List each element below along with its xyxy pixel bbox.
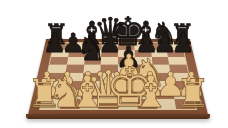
square-f3 — [136, 81, 155, 90]
square-d6 — [101, 57, 118, 65]
square-g3 — [154, 81, 173, 90]
square-e6 — [118, 57, 135, 65]
square-b2 — [61, 90, 81, 99]
square-b8 — [69, 43, 86, 50]
square-h6 — [168, 57, 186, 65]
square-e3 — [118, 81, 136, 90]
square-h4 — [171, 73, 190, 81]
square-c7 — [85, 50, 102, 57]
square-h2 — [173, 90, 193, 99]
square-f5 — [135, 65, 153, 73]
square-c8 — [85, 43, 102, 50]
square-a7 — [51, 50, 69, 57]
square-b7 — [68, 50, 85, 57]
square-h1 — [175, 99, 196, 109]
square-b6 — [67, 57, 85, 65]
square-c6 — [84, 57, 102, 65]
square-h7 — [167, 50, 185, 57]
square-a5 — [48, 65, 67, 73]
square-e1 — [118, 99, 137, 109]
square-e8 — [118, 43, 134, 50]
square-g4 — [153, 73, 172, 81]
square-a6 — [50, 57, 68, 65]
square-d1 — [99, 99, 118, 109]
square-a4 — [46, 73, 65, 81]
square-c3 — [81, 81, 100, 90]
square-g1 — [156, 99, 176, 109]
square-g7 — [151, 50, 168, 57]
square-f2 — [136, 90, 155, 99]
square-d4 — [100, 73, 118, 81]
square-h3 — [172, 81, 192, 90]
square-g5 — [152, 65, 170, 73]
square-c1 — [79, 99, 99, 109]
square-d7 — [101, 50, 118, 57]
square-d5 — [100, 65, 118, 73]
square-f6 — [135, 57, 153, 65]
square-g2 — [155, 90, 175, 99]
square-e4 — [118, 73, 136, 81]
square-f8 — [134, 43, 151, 50]
square-b5 — [65, 65, 83, 73]
product-photo-chessboard: ♜♝♛♚♝♞♜♟♟♟♟♟♟♟♞♟♟♞♟♟♟♟♟♟♟♜♞♝♛♚♝♜ — [0, 0, 228, 128]
chess-board-frame — [28, 39, 208, 115]
square-b1 — [60, 99, 80, 109]
square-a1 — [40, 99, 61, 109]
square-a2 — [42, 90, 62, 99]
square-f1 — [137, 99, 157, 109]
square-g6 — [151, 57, 169, 65]
board-scene — [0, 0, 228, 128]
square-b3 — [63, 81, 82, 90]
square-c4 — [82, 73, 100, 81]
square-d3 — [100, 81, 118, 90]
square-f4 — [136, 73, 154, 81]
square-e7 — [118, 50, 135, 57]
board-front-edge — [26, 114, 210, 119]
square-c2 — [80, 90, 99, 99]
square-a8 — [53, 43, 70, 50]
square-h5 — [169, 65, 188, 73]
square-d8 — [102, 43, 118, 50]
square-c5 — [83, 65, 101, 73]
square-d2 — [99, 90, 118, 99]
square-f7 — [134, 50, 151, 57]
square-b4 — [64, 73, 83, 81]
chess-board — [39, 42, 197, 109]
square-g8 — [150, 43, 167, 50]
square-e2 — [118, 90, 137, 99]
square-a3 — [44, 81, 64, 90]
square-h8 — [166, 43, 183, 50]
square-e5 — [118, 65, 136, 73]
